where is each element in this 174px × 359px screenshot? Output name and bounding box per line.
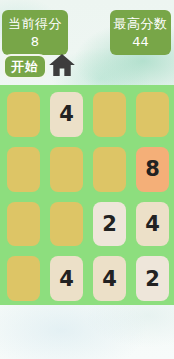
- current-score-label: 当前得分: [8, 15, 62, 33]
- game-2048-app: 当前得分 8 最高分数 44 开始 4824442: [0, 0, 174, 359]
- empty-cell: [7, 256, 40, 301]
- empty-cell: [93, 92, 126, 137]
- tile-2: 2: [136, 256, 169, 301]
- empty-cell: [7, 202, 40, 247]
- home-button[interactable]: [47, 49, 77, 80]
- empty-cell: [7, 92, 40, 137]
- board-grid[interactable]: 4824442: [0, 85, 174, 305]
- tile-4: 4: [50, 256, 83, 301]
- tile-2: 2: [93, 202, 126, 247]
- empty-cell: [50, 202, 83, 247]
- start-button[interactable]: 开始: [3, 54, 47, 79]
- home-icon: [48, 51, 76, 79]
- best-score-value: 44: [132, 33, 149, 51]
- tile-4: 4: [136, 202, 169, 247]
- best-score-box: 最高分数 44: [110, 10, 171, 55]
- empty-cell: [136, 92, 169, 137]
- empty-cell: [50, 147, 83, 192]
- empty-cell: [93, 147, 126, 192]
- tile-4: 4: [93, 256, 126, 301]
- best-score-label: 最高分数: [114, 15, 168, 33]
- tile-8: 8: [136, 147, 169, 192]
- tile-4: 4: [50, 92, 83, 137]
- empty-cell: [7, 147, 40, 192]
- current-score-value: 8: [31, 33, 39, 51]
